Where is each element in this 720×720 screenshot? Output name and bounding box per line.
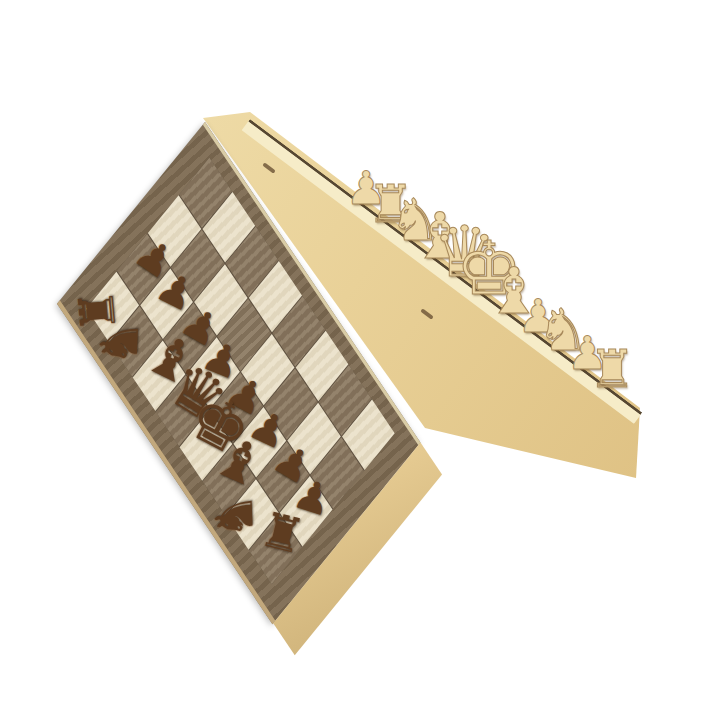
chess-piece-light-rook[interactable]: ♜ [586,343,638,395]
chess-piece-dark-knight[interactable]: ♞ [208,490,262,544]
chess-set-scene: ♟♟♜♟♞♟♝♟♛♟♚♟♝♟♞♜♟♜♞♝♛♚♝♟♞♟♜ [0,0,720,720]
